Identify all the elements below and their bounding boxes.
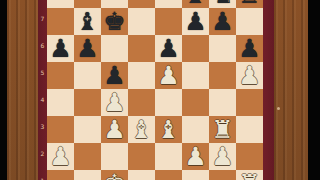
- rank-label-7: 7: [38, 8, 47, 35]
- square-b3: [74, 116, 101, 143]
- square-g6: [209, 35, 236, 62]
- square-f4: [182, 89, 209, 116]
- square-h6: ♟: [236, 35, 263, 62]
- black-bishop-b7: ♝: [74, 8, 101, 35]
- white-pawn-a2: ♟: [47, 143, 74, 170]
- square-c8: [101, 0, 128, 8]
- white-bishop-d3: ♝: [128, 116, 155, 143]
- square-f2: ♟: [182, 143, 209, 170]
- rank-label-6: 6: [38, 35, 47, 62]
- table-wood-left: [7, 0, 38, 180]
- black-pawn-e6: ♟: [155, 35, 182, 62]
- square-h4: [236, 89, 263, 116]
- square-a6: ♟: [47, 35, 74, 62]
- square-h8: ♜: [236, 0, 263, 8]
- letterbox-right: [308, 0, 320, 180]
- square-e1: [155, 170, 182, 180]
- black-bishop-f8: ♝: [182, 0, 209, 8]
- square-h2: [236, 143, 263, 170]
- chess-board: ♝♞♜♝♚♟♟♟♟♟♟♟♟♟♟♟♝♝♜♟♟♟♚♜: [47, 0, 263, 180]
- square-e5: ♟: [155, 62, 182, 89]
- white-bishop-e3: ♝: [155, 116, 182, 143]
- white-pawn-f2: ♟: [182, 143, 209, 170]
- square-b5: [74, 62, 101, 89]
- rank-coordinates: 87654321: [38, 0, 47, 180]
- square-b7: ♝: [74, 8, 101, 35]
- rank-label-3: 3: [38, 116, 47, 143]
- square-f8: ♝: [182, 0, 209, 8]
- square-h1: ♜: [236, 170, 263, 180]
- square-e6: ♟: [155, 35, 182, 62]
- square-f6: [182, 35, 209, 62]
- black-rook-h8: ♜: [236, 0, 263, 8]
- square-f1: [182, 170, 209, 180]
- white-pawn-e5: ♟: [155, 62, 182, 89]
- square-a2: ♟: [47, 143, 74, 170]
- square-e8: [155, 0, 182, 8]
- black-pawn-a6: ♟: [47, 35, 74, 62]
- white-rook-h1: ♜: [236, 170, 263, 180]
- square-a4: [47, 89, 74, 116]
- black-pawn-g7: ♟: [209, 8, 236, 35]
- square-c2: [101, 143, 128, 170]
- white-king-c1: ♚: [101, 170, 128, 180]
- square-d2: [128, 143, 155, 170]
- square-e4: [155, 89, 182, 116]
- square-g1: [209, 170, 236, 180]
- wood-speck: [277, 107, 280, 110]
- black-pawn-h6: ♟: [236, 35, 263, 62]
- black-knight-g8: ♞: [209, 0, 236, 8]
- square-b4: [74, 89, 101, 116]
- square-b6: ♟: [74, 35, 101, 62]
- square-c3: ♟: [101, 116, 128, 143]
- square-c5: ♟: [101, 62, 128, 89]
- black-pawn-f7: ♟: [182, 8, 209, 35]
- square-f3: [182, 116, 209, 143]
- square-a7: [47, 8, 74, 35]
- square-c4: ♟: [101, 89, 128, 116]
- square-f5: [182, 62, 209, 89]
- square-e3: ♝: [155, 116, 182, 143]
- white-pawn-c4: ♟: [101, 89, 128, 116]
- square-c7: ♚: [101, 8, 128, 35]
- rank-label-4: 4: [38, 89, 47, 116]
- square-g5: [209, 62, 236, 89]
- square-g2: ♟: [209, 143, 236, 170]
- white-pawn-h5: ♟: [236, 62, 263, 89]
- square-h7: [236, 8, 263, 35]
- rank-label-8: 8: [38, 0, 47, 8]
- black-pawn-b6: ♟: [74, 35, 101, 62]
- square-d1: [128, 170, 155, 180]
- square-e2: [155, 143, 182, 170]
- square-h3: [236, 116, 263, 143]
- square-h5: ♟: [236, 62, 263, 89]
- black-king-c7: ♚: [101, 8, 128, 35]
- square-d7: [128, 8, 155, 35]
- square-g8: ♞: [209, 0, 236, 8]
- square-b2: [74, 143, 101, 170]
- table-wood-right: [274, 0, 308, 180]
- video-frame: ♝♞♜♝♚♟♟♟♟♟♟♟♟♟♟♟♝♝♜♟♟♟♚♜ 87654321: [0, 0, 320, 180]
- letterbox-left: [0, 0, 7, 180]
- square-a3: [47, 116, 74, 143]
- square-d8: [128, 0, 155, 8]
- square-e7: [155, 8, 182, 35]
- black-pawn-c5: ♟: [101, 62, 128, 89]
- white-rook-g3: ♜: [209, 116, 236, 143]
- rank-label-1: 1: [38, 170, 47, 180]
- square-g4: [209, 89, 236, 116]
- square-d4: [128, 89, 155, 116]
- square-g7: ♟: [209, 8, 236, 35]
- white-pawn-c3: ♟: [101, 116, 128, 143]
- square-d3: ♝: [128, 116, 155, 143]
- square-f7: ♟: [182, 8, 209, 35]
- square-a8: [47, 0, 74, 8]
- square-c6: [101, 35, 128, 62]
- square-c1: ♚: [101, 170, 128, 180]
- rank-label-2: 2: [38, 143, 47, 170]
- square-d5: [128, 62, 155, 89]
- square-a1: [47, 170, 74, 180]
- square-b1: [74, 170, 101, 180]
- square-d6: [128, 35, 155, 62]
- square-a5: [47, 62, 74, 89]
- square-b8: [74, 0, 101, 8]
- rank-label-5: 5: [38, 62, 47, 89]
- white-pawn-g2: ♟: [209, 143, 236, 170]
- square-g3: ♜: [209, 116, 236, 143]
